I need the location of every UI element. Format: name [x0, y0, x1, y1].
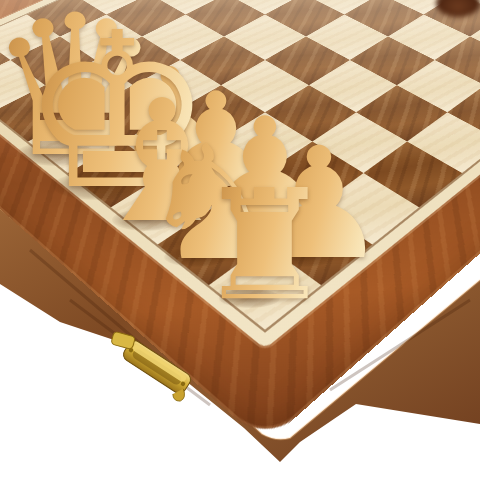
white-rook-h1[interactable]: ♜ [197, 170, 333, 322]
chess-set-photo: ♛♚♝♞♜♟♟♟♟ [0, 0, 480, 480]
latch-hook [111, 331, 136, 349]
